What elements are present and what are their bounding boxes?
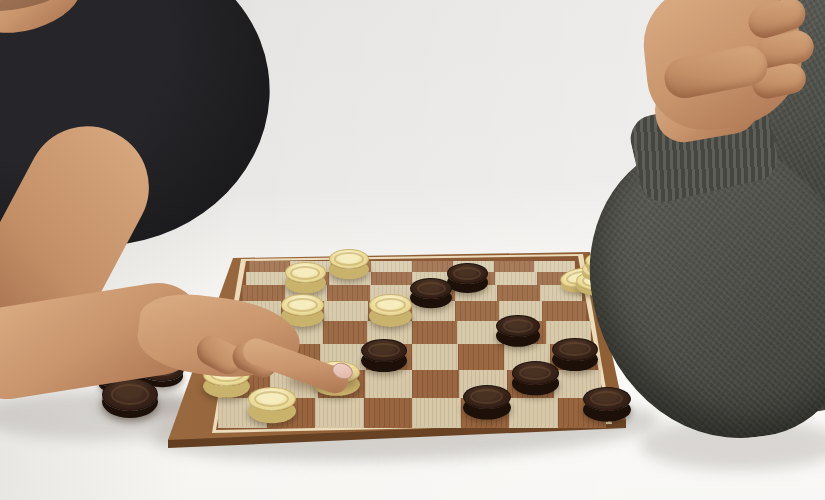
piece-dark-r7c6 <box>447 263 488 284</box>
piece-dark-r1c8 <box>583 387 631 411</box>
piece-light-r8c3 <box>329 249 370 270</box>
piece-light-r1c2 <box>248 387 296 411</box>
piece-dark-r2c7 <box>512 361 559 385</box>
piece-dark-r1c6 <box>463 385 511 409</box>
piece-dark-r3c4 <box>361 339 407 362</box>
photo-scene <box>0 0 825 500</box>
piece-light-r5c4 <box>369 294 412 316</box>
piece-dark-r6c5 <box>410 278 452 299</box>
piece-dark-r4c7 <box>496 315 541 337</box>
piece-dark-r3c8 <box>552 338 598 361</box>
piece-light-r5c2 <box>281 294 324 316</box>
piece-light-r7c2 <box>285 262 326 283</box>
